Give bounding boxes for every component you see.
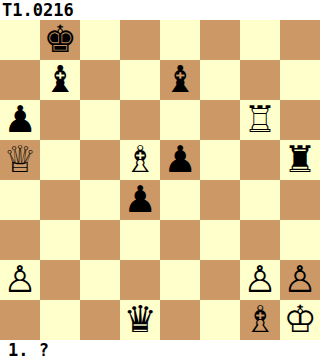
chess-board: ♚♝♝♟♖♕♗♟♜♟♙♙♙♛♗♔ xyxy=(0,20,320,340)
square-g6[interactable]: ♖ xyxy=(240,100,280,140)
square-h3[interactable] xyxy=(280,220,320,260)
black-pawn: ♟ xyxy=(123,181,156,218)
square-b6[interactable] xyxy=(40,100,80,140)
square-f5[interactable] xyxy=(200,140,240,180)
square-h8[interactable] xyxy=(280,20,320,60)
square-g1[interactable]: ♗ xyxy=(240,300,280,340)
square-e3[interactable] xyxy=(160,220,200,260)
square-a5[interactable]: ♕ xyxy=(0,140,40,180)
square-b2[interactable] xyxy=(40,260,80,300)
square-h7[interactable] xyxy=(280,60,320,100)
square-b8[interactable]: ♚ xyxy=(40,20,80,60)
square-h6[interactable] xyxy=(280,100,320,140)
square-h4[interactable] xyxy=(280,180,320,220)
square-g3[interactable] xyxy=(240,220,280,260)
black-pawn: ♟ xyxy=(163,141,196,178)
square-d8[interactable] xyxy=(120,20,160,60)
black-pawn: ♟ xyxy=(3,101,36,138)
square-b5[interactable] xyxy=(40,140,80,180)
black-bishop: ♝ xyxy=(163,61,196,98)
black-king: ♚ xyxy=(43,21,76,58)
square-f2[interactable] xyxy=(200,260,240,300)
square-h5[interactable]: ♜ xyxy=(280,140,320,180)
square-e6[interactable] xyxy=(160,100,200,140)
square-d6[interactable] xyxy=(120,100,160,140)
square-c1[interactable] xyxy=(80,300,120,340)
square-e4[interactable] xyxy=(160,180,200,220)
square-d3[interactable] xyxy=(120,220,160,260)
square-c3[interactable] xyxy=(80,220,120,260)
square-b4[interactable] xyxy=(40,180,80,220)
square-d7[interactable] xyxy=(120,60,160,100)
square-d4[interactable]: ♟ xyxy=(120,180,160,220)
square-g4[interactable] xyxy=(240,180,280,220)
square-g8[interactable] xyxy=(240,20,280,60)
square-e2[interactable] xyxy=(160,260,200,300)
square-c5[interactable] xyxy=(80,140,120,180)
square-c4[interactable] xyxy=(80,180,120,220)
square-a8[interactable] xyxy=(0,20,40,60)
square-c7[interactable] xyxy=(80,60,120,100)
square-b7[interactable]: ♝ xyxy=(40,60,80,100)
square-a7[interactable] xyxy=(0,60,40,100)
black-bishop: ♝ xyxy=(43,61,76,98)
square-f4[interactable] xyxy=(200,180,240,220)
square-c6[interactable] xyxy=(80,100,120,140)
square-g7[interactable] xyxy=(240,60,280,100)
square-d5[interactable]: ♗ xyxy=(120,140,160,180)
square-f8[interactable] xyxy=(200,20,240,60)
white-bishop: ♗ xyxy=(123,141,156,178)
square-d2[interactable] xyxy=(120,260,160,300)
square-e1[interactable] xyxy=(160,300,200,340)
white-rook: ♖ xyxy=(243,101,276,138)
white-pawn: ♙ xyxy=(3,261,36,298)
square-e7[interactable]: ♝ xyxy=(160,60,200,100)
square-f6[interactable] xyxy=(200,100,240,140)
black-rook: ♜ xyxy=(283,141,316,178)
white-pawn: ♙ xyxy=(243,261,276,298)
white-king: ♔ xyxy=(283,301,316,338)
square-a6[interactable]: ♟ xyxy=(0,100,40,140)
square-a2[interactable]: ♙ xyxy=(0,260,40,300)
square-c8[interactable] xyxy=(80,20,120,60)
puzzle-id: T1.0216 xyxy=(0,0,320,20)
white-queen: ♕ xyxy=(3,141,36,178)
square-d1[interactable]: ♛ xyxy=(120,300,160,340)
square-f1[interactable] xyxy=(200,300,240,340)
white-bishop: ♗ xyxy=(243,301,276,338)
square-g2[interactable]: ♙ xyxy=(240,260,280,300)
square-c2[interactable] xyxy=(80,260,120,300)
white-pawn: ♙ xyxy=(283,261,316,298)
square-a4[interactable] xyxy=(0,180,40,220)
square-g5[interactable] xyxy=(240,140,280,180)
square-h1[interactable]: ♔ xyxy=(280,300,320,340)
square-a3[interactable] xyxy=(0,220,40,260)
square-e5[interactable]: ♟ xyxy=(160,140,200,180)
square-e8[interactable] xyxy=(160,20,200,60)
square-f3[interactable] xyxy=(200,220,240,260)
move-prompt: 1. ? xyxy=(0,340,320,360)
black-queen: ♛ xyxy=(123,301,156,338)
square-b3[interactable] xyxy=(40,220,80,260)
square-f7[interactable] xyxy=(200,60,240,100)
square-a1[interactable] xyxy=(0,300,40,340)
square-h2[interactable]: ♙ xyxy=(280,260,320,300)
square-b1[interactable] xyxy=(40,300,80,340)
